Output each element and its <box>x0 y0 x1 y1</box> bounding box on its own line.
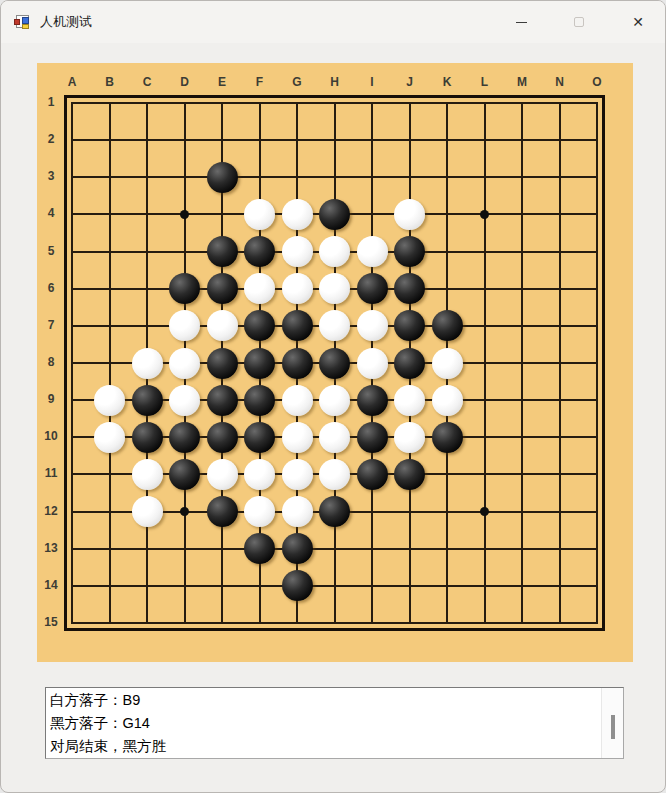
stone-black-F9 <box>244 385 275 416</box>
stone-white-C11 <box>132 459 163 490</box>
stone-white-G9 <box>282 385 313 416</box>
stone-black-I9 <box>357 385 388 416</box>
stone-black-C10 <box>132 422 163 453</box>
maximize-icon <box>574 17 584 27</box>
stone-black-E12 <box>207 496 238 527</box>
column-label-C: C <box>136 75 158 89</box>
stone-white-E11 <box>207 459 238 490</box>
stone-white-H9 <box>319 385 350 416</box>
stone-black-J11 <box>394 459 425 490</box>
column-label-M: M <box>511 75 533 89</box>
stone-white-H5 <box>319 236 350 267</box>
stone-black-F13 <box>244 533 275 564</box>
grid-line <box>521 102 523 624</box>
stone-white-J9 <box>394 385 425 416</box>
column-label-L: L <box>474 75 496 89</box>
stone-white-D9 <box>169 385 200 416</box>
stone-white-K9 <box>432 385 463 416</box>
stone-white-C8 <box>132 348 163 379</box>
stone-black-H4 <box>319 199 350 230</box>
stone-white-B10 <box>94 422 125 453</box>
close-button[interactable]: ✕ <box>615 1 661 43</box>
row-label-4: 4 <box>39 206 63 220</box>
stone-black-I10 <box>357 422 388 453</box>
column-label-D: D <box>174 75 196 89</box>
log-scrollbar-thumb[interactable] <box>611 715 615 739</box>
grid-line <box>71 585 598 587</box>
column-label-F: F <box>249 75 271 89</box>
stone-white-E7 <box>207 310 238 341</box>
row-label-13: 13 <box>39 541 63 555</box>
stone-white-G10 <box>282 422 313 453</box>
stone-black-G13 <box>282 533 313 564</box>
stone-black-J6 <box>394 273 425 304</box>
row-label-9: 9 <box>39 392 63 406</box>
row-label-11: 11 <box>39 466 63 480</box>
stone-black-D6 <box>169 273 200 304</box>
column-label-E: E <box>211 75 233 89</box>
row-label-2: 2 <box>39 132 63 146</box>
row-label-14: 14 <box>39 578 63 592</box>
stone-black-J5 <box>394 236 425 267</box>
stone-white-I7 <box>357 310 388 341</box>
grid-line <box>559 102 561 624</box>
stone-white-J10 <box>394 422 425 453</box>
stone-black-F5 <box>244 236 275 267</box>
grid-line <box>71 622 598 624</box>
star-point-L12 <box>480 507 489 516</box>
row-label-1: 1 <box>39 95 63 109</box>
column-label-I: I <box>361 75 383 89</box>
stone-white-G11 <box>282 459 313 490</box>
stone-black-G8 <box>282 348 313 379</box>
close-icon: ✕ <box>632 14 644 30</box>
star-point-D4 <box>180 210 189 219</box>
column-label-B: B <box>99 75 121 89</box>
star-point-L4 <box>480 210 489 219</box>
column-label-K: K <box>436 75 458 89</box>
stone-white-G4 <box>282 199 313 230</box>
app-icon <box>14 13 31 30</box>
stone-black-E8 <box>207 348 238 379</box>
stone-white-K8 <box>432 348 463 379</box>
stone-black-D11 <box>169 459 200 490</box>
log-line: 对局结束，黑方胜 <box>50 735 596 758</box>
row-label-8: 8 <box>39 355 63 369</box>
grid-line <box>484 102 486 624</box>
stone-white-B9 <box>94 385 125 416</box>
stone-black-G14 <box>282 570 313 601</box>
stone-black-H12 <box>319 496 350 527</box>
stone-black-H8 <box>319 348 350 379</box>
minimize-icon <box>516 22 527 23</box>
row-label-15: 15 <box>39 615 63 629</box>
stone-white-G5 <box>282 236 313 267</box>
row-label-6: 6 <box>39 281 63 295</box>
stone-white-I5 <box>357 236 388 267</box>
log-line: 黑方落子：G14 <box>50 712 596 735</box>
stone-black-E5 <box>207 236 238 267</box>
stone-black-E3 <box>207 162 238 193</box>
stone-white-H6 <box>319 273 350 304</box>
title-bar[interactable]: 人机测试 ✕ <box>1 1 665 43</box>
stone-white-H11 <box>319 459 350 490</box>
stone-black-D10 <box>169 422 200 453</box>
column-label-N: N <box>549 75 571 89</box>
stone-black-E10 <box>207 422 238 453</box>
column-label-A: A <box>61 75 83 89</box>
stone-black-G7 <box>282 310 313 341</box>
app-window: 人机测试 ✕ ABCDEFGHIJKLMNO123456789101112131… <box>0 0 666 793</box>
board-panel: ABCDEFGHIJKLMNO123456789101112131415 <box>37 63 633 662</box>
stone-black-F8 <box>244 348 275 379</box>
column-label-J: J <box>399 75 421 89</box>
stone-white-C12 <box>132 496 163 527</box>
stone-black-K10 <box>432 422 463 453</box>
stone-black-I11 <box>357 459 388 490</box>
log-line: 白方落子：B9 <box>50 689 596 712</box>
stone-white-F11 <box>244 459 275 490</box>
column-label-G: G <box>286 75 308 89</box>
stone-white-H10 <box>319 422 350 453</box>
stone-black-F10 <box>244 422 275 453</box>
column-label-H: H <box>324 75 346 89</box>
grid-line <box>71 548 598 550</box>
row-label-12: 12 <box>39 504 63 518</box>
stone-white-F12 <box>244 496 275 527</box>
minimize-button[interactable] <box>498 1 544 43</box>
gomoku-board[interactable]: ABCDEFGHIJKLMNO123456789101112131415 <box>72 103 597 623</box>
star-point-D12 <box>180 507 189 516</box>
stone-white-I8 <box>357 348 388 379</box>
stone-black-K7 <box>432 310 463 341</box>
stone-black-J8 <box>394 348 425 379</box>
stone-white-J4 <box>394 199 425 230</box>
stone-black-E9 <box>207 385 238 416</box>
column-label-O: O <box>586 75 608 89</box>
stone-white-D8 <box>169 348 200 379</box>
stone-black-I6 <box>357 273 388 304</box>
stone-black-E6 <box>207 273 238 304</box>
stone-black-C9 <box>132 385 163 416</box>
row-label-3: 3 <box>39 169 63 183</box>
row-label-7: 7 <box>39 318 63 332</box>
grid-line <box>596 102 598 624</box>
row-label-10: 10 <box>39 429 63 443</box>
row-label-5: 5 <box>39 244 63 258</box>
stone-white-F6 <box>244 273 275 304</box>
move-log-text: 白方落子：B9 黑方落子：G14 对局结束，黑方胜 <box>46 688 600 758</box>
log-scrollbar[interactable] <box>601 688 623 758</box>
stone-white-F4 <box>244 199 275 230</box>
stone-white-G12 <box>282 496 313 527</box>
stone-white-G6 <box>282 273 313 304</box>
move-log-textbox[interactable]: 白方落子：B9 黑方落子：G14 对局结束，黑方胜 <box>45 687 624 759</box>
maximize-button <box>556 1 602 43</box>
window-title: 人机测试 <box>40 1 92 43</box>
